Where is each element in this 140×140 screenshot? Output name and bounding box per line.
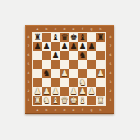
square-d7[interactable]: ♟	[60, 42, 69, 51]
coordinate-label: 1	[108, 96, 113, 105]
coordinate-label: 4	[108, 69, 113, 78]
white-pawn[interactable]: ♟	[87, 87, 96, 96]
white-bishop[interactable]: ♝	[51, 96, 60, 105]
square-e5[interactable]	[69, 60, 78, 69]
coordinate-label: f	[78, 27, 87, 32]
square-b4[interactable]: ♞	[42, 69, 51, 78]
square-d1[interactable]: ♛	[60, 96, 69, 105]
white-king[interactable]: ♚	[69, 96, 78, 105]
square-c6[interactable]: ♟	[51, 51, 60, 60]
coordinate-label: 6	[108, 51, 113, 60]
coordinate-label: a	[33, 108, 42, 113]
rank-labels-right: 87654321	[108, 33, 113, 105]
chess-board: abcdefgh abcdefgh 87654321 87654321 ♜♝♛♚…	[25, 25, 114, 114]
coordinate-label: b	[42, 27, 51, 32]
coordinate-label: d	[60, 27, 69, 32]
square-c5[interactable]	[51, 60, 60, 69]
square-g7[interactable]: ♟	[87, 42, 96, 51]
coordinate-label: 7	[108, 42, 113, 51]
square-a4[interactable]	[33, 69, 42, 78]
white-queen[interactable]: ♛	[60, 96, 69, 105]
coordinate-label: f	[78, 108, 87, 113]
square-h1[interactable]: ♜	[96, 96, 105, 105]
square-d4[interactable]: ♟	[60, 69, 69, 78]
square-h4[interactable]: ♟	[96, 69, 105, 78]
coordinate-label: 3	[108, 78, 113, 87]
black-pawn[interactable]: ♟	[42, 42, 51, 51]
coordinate-label: 2	[108, 87, 113, 96]
white-pawn[interactable]: ♟	[96, 69, 105, 78]
square-e6[interactable]	[69, 51, 78, 60]
square-b6[interactable]	[42, 51, 51, 60]
square-c1[interactable]: ♝	[51, 96, 60, 105]
white-rook[interactable]: ♜	[96, 96, 105, 105]
coordinate-label: 6	[26, 51, 31, 60]
white-rook[interactable]: ♜	[33, 96, 42, 105]
coordinate-label: 3	[26, 78, 31, 87]
square-e7[interactable]: ♟	[69, 42, 78, 51]
coordinate-label: h	[96, 27, 105, 32]
white-bishop[interactable]: ♝	[78, 96, 87, 105]
coordinate-label: h	[96, 108, 105, 113]
square-h3[interactable]	[96, 78, 105, 87]
coordinate-label: 8	[108, 33, 113, 42]
square-h6[interactable]	[96, 51, 105, 60]
black-knight[interactable]: ♞	[78, 51, 87, 60]
coordinate-label: 5	[26, 60, 31, 69]
rank-labels-left: 87654321	[26, 33, 31, 105]
coordinate-label: a	[33, 27, 42, 32]
white-pawn[interactable]: ♟	[60, 69, 69, 78]
coordinate-label: 5	[108, 60, 113, 69]
coordinate-label: c	[51, 108, 60, 113]
square-d6[interactable]	[60, 51, 69, 60]
square-a6[interactable]	[33, 51, 42, 60]
coordinate-label: d	[60, 108, 69, 113]
square-f5[interactable]	[78, 60, 87, 69]
coordinate-label: 4	[26, 69, 31, 78]
coordinate-label: g	[87, 108, 96, 113]
square-b1[interactable]: ♞	[42, 96, 51, 105]
coordinate-label: b	[42, 108, 51, 113]
coordinate-label: 2	[26, 87, 31, 96]
board-grid: ♜♝♛♚♝♜♟♟♟♟♟♟♟♞♞♟♟♞♟♟♟♟♟♟♜♞♝♛♚♝♜	[33, 33, 105, 105]
square-e1[interactable]: ♚	[69, 96, 78, 105]
black-pawn[interactable]: ♟	[87, 42, 96, 51]
black-pawn[interactable]: ♟	[69, 42, 78, 51]
coordinate-label: g	[87, 27, 96, 32]
black-rook[interactable]: ♜	[96, 33, 105, 42]
file-labels-bottom: abcdefgh	[33, 108, 105, 113]
coordinate-label: 1	[26, 96, 31, 105]
coordinate-label: e	[69, 27, 78, 32]
black-knight[interactable]: ♞	[42, 69, 51, 78]
coordinate-label: 8	[26, 33, 31, 42]
square-g1[interactable]	[87, 96, 96, 105]
square-b7[interactable]: ♟	[42, 42, 51, 51]
coordinate-label: e	[69, 108, 78, 113]
square-a7[interactable]: ♟	[33, 42, 42, 51]
square-g5[interactable]	[87, 60, 96, 69]
square-a1[interactable]: ♜	[33, 96, 42, 105]
square-h8[interactable]: ♜	[96, 33, 105, 42]
square-g4[interactable]	[87, 69, 96, 78]
square-f1[interactable]: ♝	[78, 96, 87, 105]
black-pawn[interactable]: ♟	[51, 51, 60, 60]
square-a5[interactable]	[33, 60, 42, 69]
coordinate-label: c	[51, 27, 60, 32]
coordinate-label: 7	[26, 42, 31, 51]
square-c8[interactable]: ♝	[51, 33, 60, 42]
black-bishop[interactable]: ♝	[51, 33, 60, 42]
file-labels-top: abcdefgh	[33, 27, 105, 32]
square-f6[interactable]: ♞	[78, 51, 87, 60]
square-c4[interactable]	[51, 69, 60, 78]
white-knight[interactable]: ♞	[42, 96, 51, 105]
black-pawn[interactable]: ♟	[60, 42, 69, 51]
black-pawn[interactable]: ♟	[33, 42, 42, 51]
square-g6[interactable]	[87, 51, 96, 60]
square-e4[interactable]	[69, 69, 78, 78]
square-d3[interactable]	[60, 78, 69, 87]
square-g2[interactable]: ♟	[87, 87, 96, 96]
square-h7[interactable]	[96, 42, 105, 51]
